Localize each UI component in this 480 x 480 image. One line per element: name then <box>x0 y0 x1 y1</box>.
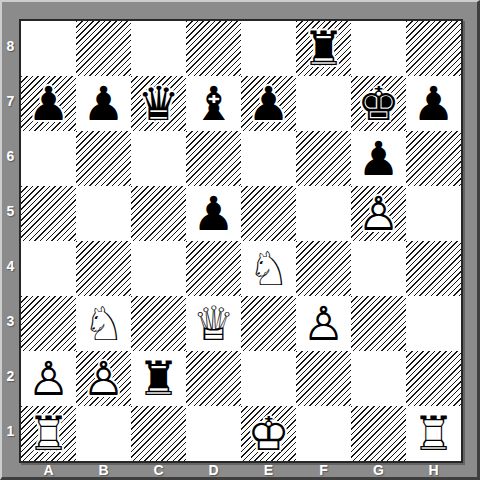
square-d4[interactable] <box>186 241 241 296</box>
square-e5[interactable] <box>241 186 296 241</box>
black-king: ♚ <box>351 76 406 131</box>
square-e8[interactable] <box>241 21 296 76</box>
white-knight-outline-glyph: ♘ <box>241 241 296 296</box>
black-pawn-glyph: ♟ <box>241 76 296 131</box>
black-pawn: ♟ <box>406 76 461 131</box>
black-pawn: ♟ <box>76 76 131 131</box>
square-g8[interactable] <box>351 21 406 76</box>
square-g7[interactable]: ♚ <box>351 76 406 131</box>
rank-label-2: 2 <box>2 349 19 404</box>
white-knight: ♞♘ <box>241 241 296 296</box>
square-h8[interactable] <box>406 21 461 76</box>
square-e6[interactable] <box>241 131 296 186</box>
square-f7[interactable] <box>296 76 351 131</box>
square-c5[interactable] <box>131 186 186 241</box>
black-rook-glyph: ♜ <box>131 351 186 406</box>
square-e4[interactable]: ♞♘ <box>241 241 296 296</box>
rank-label-4: 4 <box>2 239 19 294</box>
square-h2[interactable] <box>406 351 461 406</box>
square-a1[interactable]: ♜♖ <box>21 406 76 461</box>
white-rook: ♜♖ <box>406 406 461 461</box>
board: ♜♟♟♛♝♟♚♟♟♟♟♙♞♘♞♘♛♕♟♙♟♙♟♙♜♜♖♚♔♜♖ <box>19 19 463 463</box>
file-label-f: F <box>296 463 351 478</box>
square-f1[interactable] <box>296 406 351 461</box>
square-f3[interactable]: ♟♙ <box>296 296 351 351</box>
black-pawn: ♟ <box>351 131 406 186</box>
square-h4[interactable] <box>406 241 461 296</box>
white-pawn: ♟♙ <box>351 186 406 241</box>
square-f2[interactable] <box>296 351 351 406</box>
square-f8[interactable]: ♜ <box>296 21 351 76</box>
white-knight-outline-glyph: ♘ <box>76 296 131 351</box>
white-queen-outline-glyph: ♕ <box>186 296 241 351</box>
square-h5[interactable] <box>406 186 461 241</box>
file-label-a: A <box>21 463 76 478</box>
file-label-g: G <box>351 463 406 478</box>
square-c1[interactable] <box>131 406 186 461</box>
square-b7[interactable]: ♟ <box>76 76 131 131</box>
square-d8[interactable] <box>186 21 241 76</box>
rank-label-3: 3 <box>2 294 19 349</box>
square-h6[interactable] <box>406 131 461 186</box>
black-pawn: ♟ <box>241 76 296 131</box>
square-c2[interactable]: ♜ <box>131 351 186 406</box>
black-pawn-glyph: ♟ <box>406 76 461 131</box>
white-pawn-outline-glyph: ♙ <box>76 351 131 406</box>
square-c6[interactable] <box>131 131 186 186</box>
square-a8[interactable] <box>21 21 76 76</box>
white-rook-outline-glyph: ♖ <box>21 406 76 461</box>
black-pawn: ♟ <box>186 186 241 241</box>
square-e7[interactable]: ♟ <box>241 76 296 131</box>
square-c3[interactable] <box>131 296 186 351</box>
file-label-h: H <box>406 463 461 478</box>
square-e2[interactable] <box>241 351 296 406</box>
square-a5[interactable] <box>21 186 76 241</box>
square-f4[interactable] <box>296 241 351 296</box>
white-rook-outline-glyph: ♖ <box>406 406 461 461</box>
square-g6[interactable]: ♟ <box>351 131 406 186</box>
square-c4[interactable] <box>131 241 186 296</box>
square-d5[interactable]: ♟ <box>186 186 241 241</box>
square-d3[interactable]: ♛♕ <box>186 296 241 351</box>
black-rook: ♜ <box>296 21 351 76</box>
rank-label-8: 8 <box>2 19 19 74</box>
file-label-e: E <box>241 463 296 478</box>
white-pawn-outline-glyph: ♙ <box>21 351 76 406</box>
rank-label-6: 6 <box>2 129 19 184</box>
square-a2[interactable]: ♟♙ <box>21 351 76 406</box>
square-b6[interactable] <box>76 131 131 186</box>
black-king-glyph: ♚ <box>351 76 406 131</box>
white-king: ♚♔ <box>241 406 296 461</box>
black-pawn-glyph: ♟ <box>21 76 76 131</box>
black-queen: ♛ <box>131 76 186 131</box>
black-pawn-glyph: ♟ <box>76 76 131 131</box>
square-e1[interactable]: ♚♔ <box>241 406 296 461</box>
white-rook: ♜♖ <box>21 406 76 461</box>
black-rook: ♜ <box>131 351 186 406</box>
square-b8[interactable] <box>76 21 131 76</box>
white-pawn: ♟♙ <box>76 351 131 406</box>
square-g2[interactable] <box>351 351 406 406</box>
square-f6[interactable] <box>296 131 351 186</box>
white-pawn-outline-glyph: ♙ <box>351 186 406 241</box>
white-pawn-outline-glyph: ♙ <box>296 296 351 351</box>
rank-label-7: 7 <box>2 74 19 129</box>
square-b1[interactable] <box>76 406 131 461</box>
square-h7[interactable]: ♟ <box>406 76 461 131</box>
black-queen-glyph: ♛ <box>131 76 186 131</box>
square-d1[interactable] <box>186 406 241 461</box>
black-pawn-glyph: ♟ <box>351 131 406 186</box>
chess-board-frame: ♜♟♟♛♝♟♚♟♟♟♟♙♞♘♞♘♛♕♟♙♟♙♟♙♜♜♖♚♔♜♖ 87654321… <box>0 0 480 480</box>
square-b4[interactable] <box>76 241 131 296</box>
square-d6[interactable] <box>186 131 241 186</box>
square-g1[interactable] <box>351 406 406 461</box>
square-a7[interactable]: ♟ <box>21 76 76 131</box>
file-label-b: B <box>76 463 131 478</box>
white-queen: ♛♕ <box>186 296 241 351</box>
square-c7[interactable]: ♛ <box>131 76 186 131</box>
black-bishop-glyph: ♝ <box>186 76 241 131</box>
square-a6[interactable] <box>21 131 76 186</box>
square-h1[interactable]: ♜♖ <box>406 406 461 461</box>
white-pawn: ♟♙ <box>296 296 351 351</box>
file-label-c: C <box>131 463 186 478</box>
square-e3[interactable] <box>241 296 296 351</box>
black-bishop: ♝ <box>186 76 241 131</box>
white-pawn: ♟♙ <box>21 351 76 406</box>
square-g4[interactable] <box>351 241 406 296</box>
square-d2[interactable] <box>186 351 241 406</box>
file-label-d: D <box>186 463 241 478</box>
black-pawn-glyph: ♟ <box>186 186 241 241</box>
white-knight: ♞♘ <box>76 296 131 351</box>
square-g5[interactable]: ♟♙ <box>351 186 406 241</box>
square-b3[interactable]: ♞♘ <box>76 296 131 351</box>
square-h3[interactable] <box>406 296 461 351</box>
square-d7[interactable]: ♝ <box>186 76 241 131</box>
square-b2[interactable]: ♟♙ <box>76 351 131 406</box>
square-f5[interactable] <box>296 186 351 241</box>
square-b5[interactable] <box>76 186 131 241</box>
black-pawn: ♟ <box>21 76 76 131</box>
square-a4[interactable] <box>21 241 76 296</box>
square-g3[interactable] <box>351 296 406 351</box>
black-rook-glyph: ♜ <box>296 21 351 76</box>
square-c8[interactable] <box>131 21 186 76</box>
rank-label-5: 5 <box>2 184 19 239</box>
rank-label-1: 1 <box>2 404 19 459</box>
white-king-outline-glyph: ♔ <box>241 406 296 461</box>
square-a3[interactable] <box>21 296 76 351</box>
